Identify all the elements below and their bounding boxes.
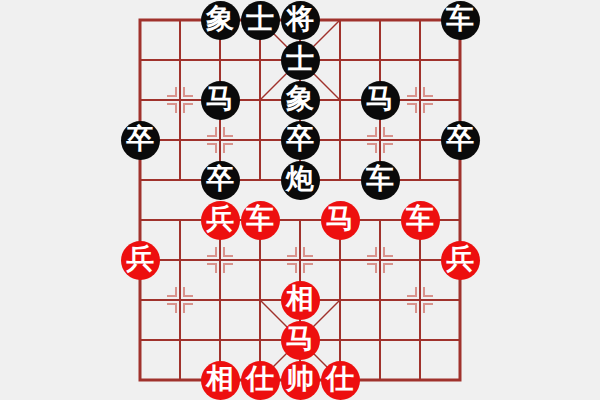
black-horse-piece[interactable]: 马 (361, 81, 400, 120)
board-point: 卒 (200, 160, 240, 200)
red-advisor-piece[interactable]: 仕 (241, 361, 280, 400)
app-canvas: 象士将车士马象马卒卒卒卒炮车兵车马车兵兵相马相仕帅仕 (0, 0, 600, 400)
black-chariot-piece[interactable]: 车 (441, 1, 480, 40)
black-advisor-piece[interactable]: 士 (241, 1, 280, 40)
board-point: 相 (200, 360, 240, 400)
black-elephant-piece[interactable]: 象 (201, 1, 240, 40)
red-soldier-piece[interactable]: 兵 (441, 241, 480, 280)
board-point: 兵 (200, 200, 240, 240)
black-soldier-piece[interactable]: 卒 (281, 121, 320, 160)
board-point: 象 (200, 0, 240, 40)
black-elephant-piece[interactable]: 象 (281, 81, 320, 120)
board-point: 马 (320, 200, 360, 240)
board-point: 兵 (440, 240, 480, 280)
board-point: 炮 (280, 160, 320, 200)
black-soldier-piece[interactable]: 卒 (441, 121, 480, 160)
red-elephant-piece[interactable]: 相 (281, 281, 320, 320)
board-point: 车 (240, 200, 280, 240)
black-soldier-piece[interactable]: 卒 (121, 121, 160, 160)
board-point: 车 (440, 0, 480, 40)
board-point: 马 (200, 80, 240, 120)
board-point: 卒 (280, 120, 320, 160)
pieces-grid: 象士将车士马象马卒卒卒卒炮车兵车马车兵兵相马相仕帅仕 (120, 0, 480, 400)
black-advisor-piece[interactable]: 士 (281, 41, 320, 80)
red-advisor-piece[interactable]: 仕 (321, 361, 360, 400)
red-soldier-piece[interactable]: 兵 (201, 201, 240, 240)
red-horse-piece[interactable]: 马 (321, 201, 360, 240)
board-point: 象 (280, 80, 320, 120)
board-point: 将 (280, 0, 320, 40)
black-general-piece[interactable]: 将 (281, 1, 320, 40)
board-point: 马 (360, 80, 400, 120)
red-horse-piece[interactable]: 马 (281, 321, 320, 360)
board-point: 车 (360, 160, 400, 200)
board-point: 卒 (120, 120, 160, 160)
board-point: 马 (280, 320, 320, 360)
board-point: 士 (240, 0, 280, 40)
xiangqi-board[interactable]: 象士将车士马象马卒卒卒卒炮车兵车马车兵兵相马相仕帅仕 (0, 0, 600, 400)
black-chariot-piece[interactable]: 车 (361, 161, 400, 200)
black-soldier-piece[interactable]: 卒 (201, 161, 240, 200)
board-point: 相 (280, 280, 320, 320)
board-point: 车 (400, 200, 440, 240)
red-chariot-piece[interactable]: 车 (401, 201, 440, 240)
black-horse-piece[interactable]: 马 (201, 81, 240, 120)
board-point: 仕 (320, 360, 360, 400)
board-point: 士 (280, 40, 320, 80)
red-elephant-piece[interactable]: 相 (201, 361, 240, 400)
board-point: 仕 (240, 360, 280, 400)
red-soldier-piece[interactable]: 兵 (121, 241, 160, 280)
red-general-piece[interactable]: 帅 (281, 361, 320, 400)
board-point: 帅 (280, 360, 320, 400)
board-point: 兵 (120, 240, 160, 280)
board-point: 卒 (440, 120, 480, 160)
red-chariot-piece[interactable]: 车 (241, 201, 280, 240)
black-cannon-piece[interactable]: 炮 (281, 161, 320, 200)
